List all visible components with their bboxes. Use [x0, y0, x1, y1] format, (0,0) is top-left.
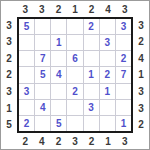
cell-r3c6[interactable] — [100, 51, 115, 66]
cell-r6c3[interactable] — [51, 100, 66, 115]
cell-r4c4[interactable] — [67, 67, 82, 82]
cell-r4c7[interactable]: 7 — [116, 67, 131, 82]
cell-r3c1[interactable] — [19, 51, 34, 66]
puzzle-board: 3321243 3322315 523137625412732143251 32… — [0, 0, 150, 150]
cell-r7c2[interactable] — [35, 116, 50, 131]
cell-r2c3[interactable]: 1 — [51, 35, 66, 50]
cell-r6c1[interactable] — [19, 100, 34, 115]
clue-top-4: 1 — [67, 1, 84, 17]
cell-r6c6[interactable] — [100, 100, 115, 115]
clue-right-5: 3 — [133, 83, 149, 100]
clue-right-2: 2 — [133, 34, 149, 51]
clues-top: 3321243 — [17, 1, 133, 17]
clue-bottom-2: 4 — [34, 133, 51, 149]
cell-r1c6[interactable] — [100, 19, 115, 34]
cell-r4c1[interactable] — [19, 67, 34, 82]
cell-r5c2[interactable] — [35, 84, 50, 99]
clue-bottom-5: 2 — [83, 133, 100, 149]
cell-r6c5[interactable]: 3 — [84, 100, 99, 115]
cell-r4c6[interactable]: 2 — [100, 67, 115, 82]
clue-left-1: 3 — [1, 17, 17, 34]
clue-top-5: 2 — [83, 1, 100, 17]
cell-r2c6[interactable]: 3 — [100, 35, 115, 50]
clues-bottom: 2423213 — [17, 133, 133, 149]
clue-left-5: 3 — [1, 83, 17, 100]
cell-r5c1[interactable]: 3 — [19, 84, 34, 99]
puzzle-grid: 523137625412732143251 — [17, 17, 133, 133]
clue-bottom-1: 2 — [17, 133, 34, 149]
cell-r5c6[interactable]: 1 — [100, 84, 115, 99]
cell-r7c3[interactable]: 5 — [51, 116, 66, 131]
cell-r7c1[interactable]: 2 — [19, 116, 34, 131]
clue-top-6: 4 — [100, 1, 117, 17]
cell-r1c5[interactable]: 2 — [84, 19, 99, 34]
cell-r5c5[interactable] — [84, 84, 99, 99]
cell-r5c7[interactable] — [116, 84, 131, 99]
clue-right-6: 3 — [133, 100, 149, 117]
cell-r2c2[interactable] — [35, 35, 50, 50]
clue-bottom-4: 3 — [67, 133, 84, 149]
cell-r3c3[interactable] — [51, 51, 66, 66]
cell-r3c4[interactable]: 6 — [67, 51, 82, 66]
cell-r6c7[interactable] — [116, 100, 131, 115]
clue-left-3: 2 — [1, 50, 17, 67]
clues-left: 3322315 — [1, 17, 17, 133]
cell-r7c4[interactable] — [67, 116, 82, 131]
clue-left-4: 2 — [1, 67, 17, 84]
clue-top-2: 3 — [34, 1, 51, 17]
clue-right-7: 2 — [133, 116, 149, 133]
cell-r1c4[interactable] — [67, 19, 82, 34]
cell-r3c2[interactable]: 7 — [35, 51, 50, 66]
cell-r2c4[interactable] — [67, 35, 82, 50]
cell-r7c5[interactable] — [84, 116, 99, 131]
cell-r1c1[interactable]: 5 — [19, 19, 34, 34]
clue-left-2: 3 — [1, 34, 17, 51]
cell-r4c2[interactable]: 5 — [35, 67, 50, 82]
cell-r1c3[interactable] — [51, 19, 66, 34]
clues-right: 3241332 — [133, 17, 149, 133]
clue-bottom-7: 3 — [116, 133, 133, 149]
cell-r4c3[interactable]: 4 — [51, 67, 66, 82]
cell-r2c5[interactable] — [84, 35, 99, 50]
cell-r7c6[interactable] — [100, 116, 115, 131]
clue-right-4: 1 — [133, 67, 149, 84]
cell-r3c5[interactable] — [84, 51, 99, 66]
cell-r6c4[interactable] — [67, 100, 82, 115]
cell-r1c2[interactable] — [35, 19, 50, 34]
clue-left-7: 5 — [1, 116, 17, 133]
clue-top-3: 2 — [50, 1, 67, 17]
clue-top-7: 3 — [116, 1, 133, 17]
clue-top-1: 3 — [17, 1, 34, 17]
cell-r2c1[interactable] — [19, 35, 34, 50]
clue-right-1: 3 — [133, 17, 149, 34]
cell-r5c4[interactable]: 2 — [67, 84, 82, 99]
cell-r2c7[interactable] — [116, 35, 131, 50]
clue-bottom-3: 2 — [50, 133, 67, 149]
cell-r6c2[interactable]: 4 — [35, 100, 50, 115]
cell-r7c7[interactable]: 1 — [116, 116, 131, 131]
cell-r3c7[interactable]: 2 — [116, 51, 131, 66]
cell-r1c7[interactable]: 3 — [116, 19, 131, 34]
clue-left-6: 1 — [1, 100, 17, 117]
clue-bottom-6: 1 — [100, 133, 117, 149]
cell-r5c3[interactable] — [51, 84, 66, 99]
cell-r4c5[interactable]: 1 — [84, 67, 99, 82]
clue-right-3: 4 — [133, 50, 149, 67]
